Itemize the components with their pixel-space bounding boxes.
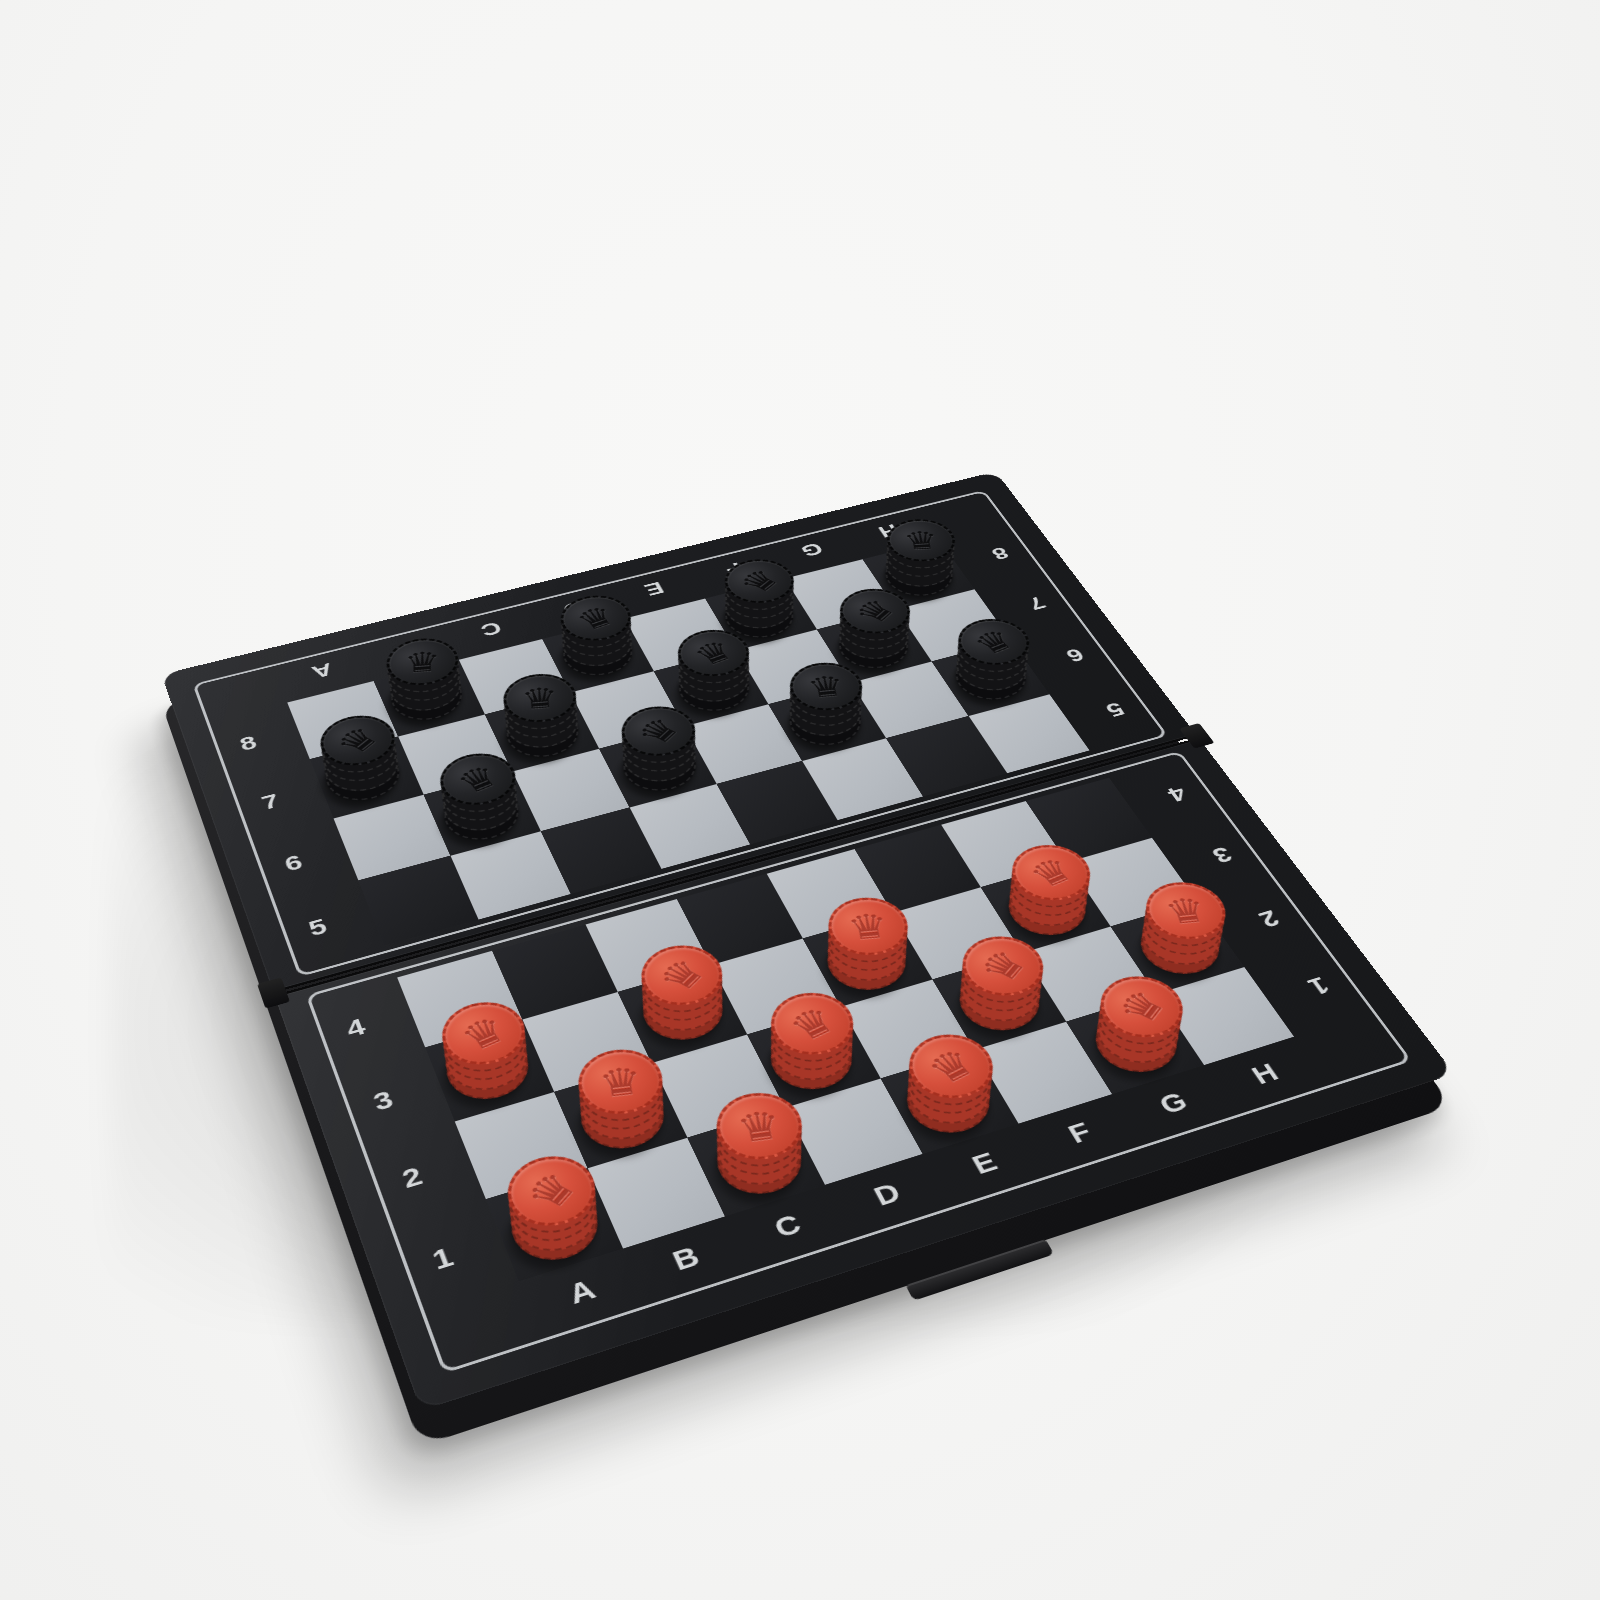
crown-emblem: ♛ — [505, 674, 575, 723]
crown-emblem: ♛ — [886, 519, 956, 561]
crown-emblem: ♛ — [789, 662, 865, 711]
checker-red-e1[interactable]: ♛ — [894, 1061, 1003, 1144]
rank-label-right-1: 1 — [1281, 963, 1357, 1009]
crown-emblem: ♛ — [1142, 881, 1231, 940]
crown-emblem: ♛ — [714, 1091, 804, 1162]
crown-emblem: ♛ — [578, 1048, 663, 1116]
rank-label-right-8: 8 — [969, 537, 1031, 569]
file-label-near-f: F — [1023, 1102, 1137, 1164]
rank-label-right-3: 3 — [1186, 835, 1258, 876]
rank-label-left-6: 6 — [260, 842, 328, 884]
rank-label-left-3: 3 — [346, 1076, 421, 1126]
rank-label-right-2: 2 — [1232, 897, 1306, 940]
rank-label-left-1: 1 — [404, 1231, 483, 1286]
crown-emblem: ♛ — [827, 897, 910, 956]
rank-label-left-8: 8 — [216, 724, 281, 762]
rank-label-left-2: 2 — [374, 1151, 451, 1203]
rank-label-left-4: 4 — [320, 1004, 393, 1051]
rank-label-left-5: 5 — [283, 906, 353, 950]
checker-black-b6[interactable]: ♛ — [435, 781, 528, 848]
crown-emblem: ♛ — [389, 638, 456, 685]
rank-label-right-4: 4 — [1142, 775, 1212, 814]
rank-label-right-6: 6 — [1042, 638, 1108, 673]
file-label-near-d: D — [829, 1162, 945, 1227]
rank-label-left-7: 7 — [238, 782, 304, 822]
square-b4[interactable] — [492, 925, 618, 1020]
rank-label-right-7: 7 — [1005, 587, 1069, 621]
rank-label-right-5: 5 — [1081, 691, 1148, 728]
